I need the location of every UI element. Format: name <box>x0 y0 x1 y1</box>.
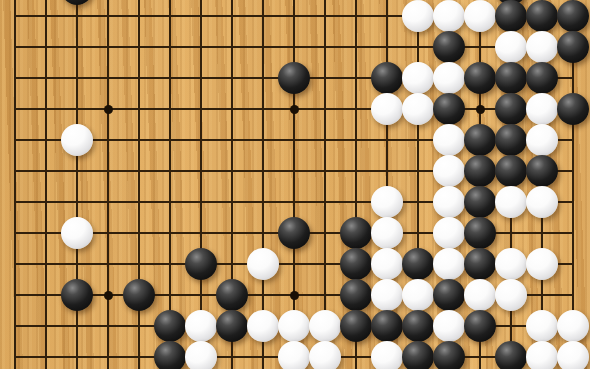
white-stone <box>247 310 279 342</box>
grid-line-horizontal <box>14 294 574 296</box>
black-stone <box>61 279 93 311</box>
black-stone <box>433 341 465 369</box>
white-stone <box>402 279 434 311</box>
grid-line-horizontal <box>14 77 574 79</box>
black-stone <box>464 248 496 280</box>
grid-line-horizontal <box>14 201 574 203</box>
black-stone <box>464 310 496 342</box>
black-stone <box>154 341 186 369</box>
black-stone <box>433 279 465 311</box>
go-board-screenshot <box>0 0 590 369</box>
black-stone <box>464 217 496 249</box>
grid-line-vertical <box>355 0 357 369</box>
white-stone <box>402 93 434 125</box>
white-stone <box>371 217 403 249</box>
black-stone <box>340 217 372 249</box>
white-stone <box>433 62 465 94</box>
go-board[interactable] <box>0 0 590 369</box>
grid-line-vertical <box>107 0 109 369</box>
grid-line-horizontal <box>14 356 574 358</box>
black-stone <box>185 248 217 280</box>
white-stone <box>557 341 589 369</box>
white-stone <box>526 93 558 125</box>
black-stone <box>216 310 248 342</box>
star-point <box>104 105 113 114</box>
white-stone <box>433 155 465 187</box>
white-stone <box>526 310 558 342</box>
grid-line-vertical <box>293 0 295 369</box>
grid-line-horizontal <box>14 170 574 172</box>
white-stone <box>61 124 93 156</box>
grid-line-vertical <box>14 0 16 369</box>
grid-line-vertical <box>572 0 574 369</box>
white-stone <box>495 279 527 311</box>
black-stone <box>557 31 589 63</box>
black-stone <box>123 279 155 311</box>
black-stone <box>495 0 527 32</box>
star-point <box>476 105 485 114</box>
white-stone <box>526 186 558 218</box>
grid-line-vertical <box>138 0 140 369</box>
white-stone <box>433 124 465 156</box>
white-stone <box>371 93 403 125</box>
white-stone <box>371 279 403 311</box>
grid-line-vertical <box>417 0 419 369</box>
white-stone <box>557 310 589 342</box>
black-stone <box>557 0 589 32</box>
white-stone <box>402 0 434 32</box>
white-stone <box>464 279 496 311</box>
black-stone <box>526 155 558 187</box>
grid-line-vertical <box>45 0 47 369</box>
black-stone <box>495 93 527 125</box>
grid-line-horizontal <box>14 108 574 110</box>
white-stone <box>526 341 558 369</box>
white-stone <box>402 62 434 94</box>
star-point <box>290 105 299 114</box>
grid-line-horizontal <box>14 139 574 141</box>
black-stone <box>495 155 527 187</box>
grid-line-vertical <box>231 0 233 369</box>
white-stone <box>464 0 496 32</box>
white-stone <box>495 31 527 63</box>
black-stone <box>464 124 496 156</box>
grid-line-vertical <box>76 0 78 369</box>
white-stone <box>185 341 217 369</box>
white-stone <box>309 310 341 342</box>
white-stone <box>526 31 558 63</box>
grid-line-horizontal <box>14 325 574 327</box>
black-stone <box>464 155 496 187</box>
black-stone <box>526 62 558 94</box>
white-stone <box>278 310 310 342</box>
grid-line-vertical <box>510 0 512 369</box>
black-stone <box>340 310 372 342</box>
black-stone <box>433 31 465 63</box>
black-stone <box>371 310 403 342</box>
white-stone <box>371 186 403 218</box>
white-stone <box>433 310 465 342</box>
black-stone <box>340 248 372 280</box>
white-stone <box>247 248 279 280</box>
black-stone <box>402 341 434 369</box>
grid-line-vertical <box>200 0 202 369</box>
black-stone <box>526 0 558 32</box>
grid-line-horizontal <box>14 263 574 265</box>
black-stone <box>216 279 248 311</box>
black-stone <box>495 0 527 5</box>
grid-line-vertical <box>386 0 388 369</box>
white-stone <box>309 341 341 369</box>
black-stone <box>61 0 93 5</box>
black-stone <box>340 279 372 311</box>
black-stone <box>464 186 496 218</box>
black-stone <box>371 62 403 94</box>
star-point <box>476 291 485 300</box>
black-stone <box>464 62 496 94</box>
white-stone <box>185 310 217 342</box>
star-point <box>290 291 299 300</box>
white-stone <box>526 248 558 280</box>
white-stone <box>433 186 465 218</box>
white-stone <box>278 341 310 369</box>
grid-line-vertical <box>262 0 264 369</box>
white-stone <box>371 248 403 280</box>
black-stone <box>278 62 310 94</box>
black-stone <box>495 341 527 369</box>
white-stone <box>61 217 93 249</box>
grid-line-horizontal <box>14 46 574 48</box>
grid-line-vertical <box>541 0 543 369</box>
grid-line-vertical <box>448 0 450 369</box>
black-stone <box>495 62 527 94</box>
black-stone <box>402 310 434 342</box>
white-stone <box>433 248 465 280</box>
grid-line-vertical <box>479 0 481 369</box>
white-stone <box>371 341 403 369</box>
black-stone <box>278 217 310 249</box>
star-point <box>104 291 113 300</box>
black-stone <box>154 310 186 342</box>
white-stone <box>495 248 527 280</box>
black-stone <box>557 93 589 125</box>
white-stone <box>433 0 465 32</box>
white-stone <box>526 124 558 156</box>
grid-line-horizontal <box>14 232 574 234</box>
black-stone <box>433 93 465 125</box>
black-stone <box>495 124 527 156</box>
white-stone <box>433 217 465 249</box>
white-stone <box>495 186 527 218</box>
black-stone <box>402 248 434 280</box>
grid-line-vertical <box>324 0 326 369</box>
grid-line-vertical <box>169 0 171 369</box>
grid-line-horizontal <box>14 15 574 17</box>
